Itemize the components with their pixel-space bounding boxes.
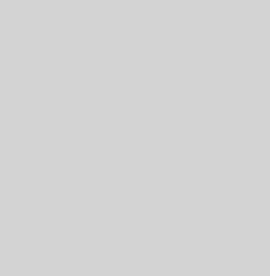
file-labels [13,258,269,276]
chess-diagram [0,0,270,276]
chess-board [13,2,269,258]
